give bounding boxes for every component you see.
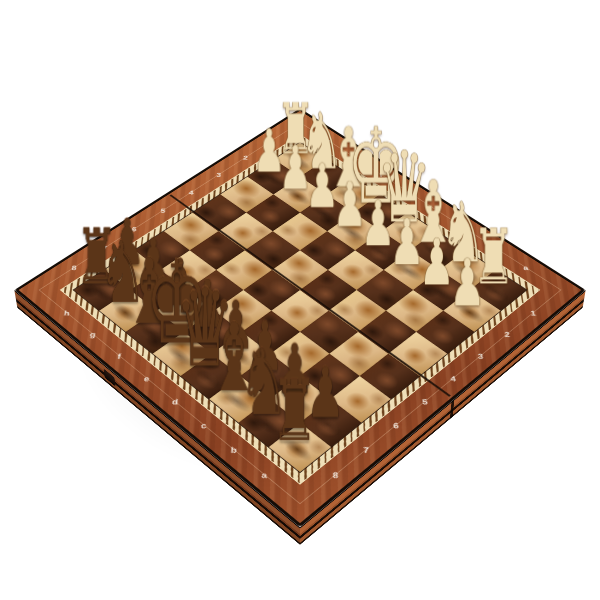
board-top: hhggffeeddccbbaa1122334455667788 ♜♞♝♚♛♝♞… — [14, 108, 585, 527]
piece-glyph: ♜ — [271, 372, 318, 452]
file-label: g — [352, 154, 357, 160]
fold-seam-edge — [450, 399, 455, 419]
rank-label: 4 — [188, 189, 193, 195]
rank-label: 3 — [216, 172, 221, 178]
rank-label: 1 — [269, 138, 274, 144]
rank-label: 2 — [243, 154, 248, 160]
file-label: d — [434, 207, 440, 213]
file-label: e — [406, 189, 411, 195]
chess-board-3d: hhggffeeddccbbaa1122334455667788 ♜♞♝♚♛♝♞… — [14, 108, 585, 527]
file-label: h — [326, 138, 331, 144]
rank-label: 5 — [160, 207, 165, 213]
piece-glyph: ♟ — [449, 253, 485, 315]
scene: hhggffeeddccbbaa1122334455667788 ♜♞♝♚♛♝♞… — [0, 0, 600, 600]
